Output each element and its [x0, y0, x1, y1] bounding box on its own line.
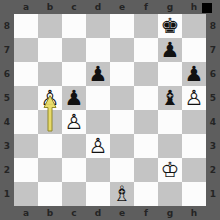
square-g8[interactable]: ♚ [158, 14, 182, 38]
rank-label-4: 4 [206, 110, 220, 134]
rank-label-5: 5 [206, 86, 220, 110]
rank-label-7: 7 [206, 38, 220, 62]
square-d2[interactable] [86, 158, 110, 182]
piece-black-king: ♚ [161, 14, 180, 38]
rank-label-2: 2 [206, 158, 220, 182]
square-g3[interactable] [158, 134, 182, 158]
square-d4[interactable] [86, 110, 110, 134]
piece-black-pawn: ♟ [65, 86, 84, 110]
side-to-move-indicator [202, 3, 212, 13]
square-a6[interactable] [14, 62, 38, 86]
square-h5[interactable]: ♙ [182, 86, 206, 110]
square-a2[interactable] [14, 158, 38, 182]
square-b5[interactable]: ♙ [38, 86, 62, 110]
file-label-g: g [158, 206, 182, 220]
square-f7[interactable] [134, 38, 158, 62]
file-label-b: b [38, 206, 62, 220]
piece-black-pawn: ♟ [185, 62, 204, 86]
square-f4[interactable] [134, 110, 158, 134]
piece-white-pawn: ♙ [89, 134, 108, 158]
square-f3[interactable] [134, 134, 158, 158]
piece-black-pawn: ♟ [161, 38, 180, 62]
square-d8[interactable] [86, 14, 110, 38]
square-h4[interactable] [182, 110, 206, 134]
square-g1[interactable] [158, 182, 182, 206]
square-g7[interactable]: ♟ [158, 38, 182, 62]
square-b8[interactable] [38, 14, 62, 38]
square-b3[interactable] [38, 134, 62, 158]
square-a4[interactable] [14, 110, 38, 134]
square-e4[interactable] [110, 110, 134, 134]
square-h7[interactable] [182, 38, 206, 62]
square-h3[interactable] [182, 134, 206, 158]
square-h2[interactable] [182, 158, 206, 182]
rank-label-3: 3 [0, 134, 14, 158]
square-b7[interactable] [38, 38, 62, 62]
file-label-h: h [182, 206, 206, 220]
square-f2[interactable] [134, 158, 158, 182]
file-labels-top: abcdefgh [14, 0, 206, 14]
square-c8[interactable] [62, 14, 86, 38]
rank-label-6: 6 [0, 62, 14, 86]
square-e2[interactable] [110, 158, 134, 182]
piece-white-pawn: ♙ [41, 86, 60, 110]
square-d6[interactable]: ♟ [86, 62, 110, 86]
square-e3[interactable] [110, 134, 134, 158]
rank-label-7: 7 [0, 38, 14, 62]
chess-diagram: abcdefgh abcdefgh 87654321 87654321 ♚♟♟♟… [0, 0, 220, 220]
file-labels-bottom: abcdefgh [14, 206, 206, 220]
piece-black-pawn: ♟ [89, 62, 108, 86]
file-label-a: a [14, 206, 38, 220]
square-c1[interactable] [62, 182, 86, 206]
file-label-a: a [14, 0, 38, 14]
chess-board: ♚♟♟♟♙♟♝♙♙♙♔♗ [14, 14, 206, 206]
file-label-e: e [110, 206, 134, 220]
square-g4[interactable] [158, 110, 182, 134]
square-a1[interactable] [14, 182, 38, 206]
file-label-d: d [86, 0, 110, 14]
square-g6[interactable] [158, 62, 182, 86]
square-e6[interactable] [110, 62, 134, 86]
square-f1[interactable] [134, 182, 158, 206]
file-label-g: g [158, 0, 182, 14]
piece-white-pawn: ♙ [65, 110, 84, 134]
square-b6[interactable] [38, 62, 62, 86]
square-b2[interactable] [38, 158, 62, 182]
square-h8[interactable] [182, 14, 206, 38]
square-d7[interactable] [86, 38, 110, 62]
rank-label-1: 1 [0, 182, 14, 206]
square-a8[interactable] [14, 14, 38, 38]
square-g2[interactable]: ♔ [158, 158, 182, 182]
square-c6[interactable] [62, 62, 86, 86]
square-d3[interactable]: ♙ [86, 134, 110, 158]
rank-label-4: 4 [0, 110, 14, 134]
rank-label-5: 5 [0, 86, 14, 110]
square-c2[interactable] [62, 158, 86, 182]
file-label-f: f [134, 0, 158, 14]
file-label-f: f [134, 206, 158, 220]
rank-label-6: 6 [206, 62, 220, 86]
square-c4[interactable]: ♙ [62, 110, 86, 134]
file-label-c: c [62, 206, 86, 220]
square-h1[interactable] [182, 182, 206, 206]
rank-label-1: 1 [206, 182, 220, 206]
square-a3[interactable] [14, 134, 38, 158]
piece-white-king: ♔ [161, 158, 180, 182]
square-f6[interactable] [134, 62, 158, 86]
file-label-e: e [110, 0, 134, 14]
square-e1[interactable]: ♗ [110, 182, 134, 206]
square-e8[interactable] [110, 14, 134, 38]
square-a5[interactable] [14, 86, 38, 110]
rank-label-8: 8 [0, 14, 14, 38]
square-g5[interactable]: ♝ [158, 86, 182, 110]
square-c5[interactable]: ♟ [62, 86, 86, 110]
square-f5[interactable] [134, 86, 158, 110]
file-label-b: b [38, 0, 62, 14]
square-a7[interactable] [14, 38, 38, 62]
piece-white-pawn: ♙ [185, 86, 204, 110]
square-c3[interactable] [62, 134, 86, 158]
file-label-c: c [62, 0, 86, 14]
square-d5[interactable] [86, 86, 110, 110]
rank-labels-right: 87654321 [206, 14, 220, 206]
square-h6[interactable]: ♟ [182, 62, 206, 86]
piece-black-bishop: ♝ [161, 86, 180, 110]
rank-labels-left: 87654321 [0, 14, 14, 206]
square-f8[interactable] [134, 14, 158, 38]
rank-label-2: 2 [0, 158, 14, 182]
rank-label-3: 3 [206, 134, 220, 158]
file-label-d: d [86, 206, 110, 220]
rank-label-8: 8 [206, 14, 220, 38]
piece-white-bishop: ♗ [113, 182, 132, 206]
square-b1[interactable] [38, 182, 62, 206]
square-e5[interactable] [110, 86, 134, 110]
square-b4[interactable] [38, 110, 62, 134]
square-d1[interactable] [86, 182, 110, 206]
square-c7[interactable] [62, 38, 86, 62]
square-e7[interactable] [110, 38, 134, 62]
